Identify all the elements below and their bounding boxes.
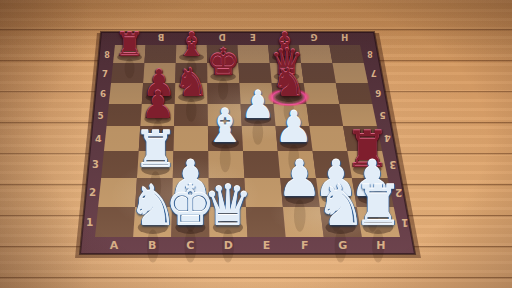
rank-label-left: 8 (104, 50, 110, 60)
rank-label-right: 6 (375, 88, 381, 98)
rank-label-left: 3 (92, 159, 99, 170)
piece-reflection (150, 171, 161, 201)
rank-label-right: 5 (379, 110, 385, 120)
rank-label-left: 7 (102, 69, 108, 79)
file-label-bottom: E (263, 239, 271, 252)
last-move-glow (267, 88, 310, 107)
rank-label-left: 4 (95, 133, 102, 144)
piece-reflection (218, 78, 228, 100)
file-label-bottom: C (186, 239, 194, 252)
file-label-top: E (250, 32, 256, 42)
piece-reflection (152, 121, 163, 145)
rank-label-right: 2 (395, 187, 402, 199)
rank-label-right: 4 (384, 133, 391, 144)
piece-reflection (294, 200, 306, 232)
file-label-bottom: B (148, 239, 156, 252)
rank-label-right: 7 (371, 68, 377, 78)
rank-label-right: 3 (389, 159, 396, 170)
file-label-top: A (127, 32, 134, 42)
file-label-bottom: D (224, 239, 233, 252)
file-label-top: D (219, 32, 226, 42)
chess-board[interactable]: AABBCCDDEEFFGGHH1122334455667788 (0, 0, 512, 288)
piece-reflection (252, 121, 263, 145)
rank-label-right: 8 (367, 49, 373, 59)
rank-label-right: 1 (401, 217, 408, 229)
piece-reflection (288, 145, 299, 173)
file-label-bottom: H (376, 239, 385, 252)
piece-reflection (125, 59, 135, 79)
piece-reflection (220, 145, 231, 173)
rank-label-left: 5 (98, 111, 104, 121)
piece-reflection (187, 59, 197, 79)
file-label-top: G (311, 32, 318, 42)
chess-app-screen: AABBCCDDEEFFGGHH1122334455667788 ♜♝♝♚♛♟♞… (0, 0, 512, 288)
file-label-bottom: G (338, 239, 347, 252)
file-label-top: B (158, 32, 164, 42)
rank-label-left: 2 (89, 186, 96, 198)
file-label-top: C (188, 32, 194, 42)
file-label-top: F (280, 32, 286, 42)
file-label-bottom: F (301, 239, 309, 252)
file-label-top: H (341, 32, 348, 42)
rank-label-left: 6 (100, 89, 106, 99)
piece-reflection (186, 99, 196, 122)
rank-label-left: 1 (86, 216, 93, 228)
file-label-bottom: A (110, 239, 119, 252)
